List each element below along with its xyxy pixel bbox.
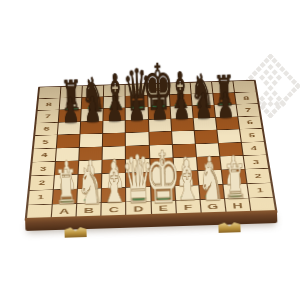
black-pawn-g7: ♟ bbox=[194, 89, 212, 125]
white-knight-g1: ♞ bbox=[197, 155, 225, 209]
pieces-layer: ♜♞♝♛♚♝♞♜♟♟♟♟♟♟♟♟♟♟♟♟♟♟♟♟♜♞♝♛♚♝♞♜ bbox=[0, 0, 300, 300]
white-rook-h1: ♜ bbox=[223, 159, 248, 207]
black-pawn-b7: ♟ bbox=[84, 93, 102, 129]
white-rook-a1: ♜ bbox=[53, 164, 78, 212]
black-pawn-f7: ♟ bbox=[172, 90, 190, 126]
black-pawn-c7: ♟ bbox=[106, 92, 124, 128]
black-pawn-h7: ♟ bbox=[217, 88, 235, 124]
black-pawn-d7: ♟ bbox=[128, 91, 146, 127]
black-pawn-e7: ♟ bbox=[150, 91, 168, 127]
product-photo-scene: ABCDEFGH8877665544332211ABCDEFGH ♜♞♝♛♚♝♞… bbox=[0, 0, 300, 300]
board-tilt-wrapper: ABCDEFGH8877665544332211ABCDEFGH ♜♞♝♛♚♝♞… bbox=[0, 0, 300, 300]
black-pawn-a7: ♟ bbox=[61, 93, 79, 129]
